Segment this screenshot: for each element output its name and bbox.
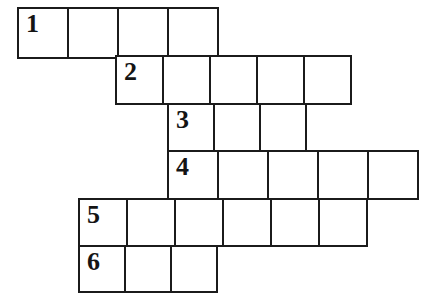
clue-number-2: 2: [124, 58, 137, 85]
cell-r1-c6[interactable]: [303, 55, 352, 105]
cell-r2-c4[interactable]: [213, 103, 261, 152]
cell-r3-c3[interactable]: 4: [167, 150, 219, 200]
clue-number-5: 5: [87, 201, 100, 228]
word-row-5: 5: [78, 198, 368, 247]
word-row-4: 4: [167, 150, 419, 200]
clue-number-3: 3: [176, 106, 189, 133]
word-row-2: 2: [115, 55, 352, 105]
word-row-6: 6: [78, 245, 218, 293]
cell-r5-c1[interactable]: 6: [78, 245, 126, 293]
cell-r1-c5[interactable]: [256, 55, 305, 105]
clue-number-1: 1: [26, 10, 39, 37]
cell-r5-c3[interactable]: [170, 245, 218, 293]
cell-r4-c4[interactable]: [222, 198, 272, 247]
word-row-3: 3: [167, 103, 307, 152]
cell-r4-c2[interactable]: [126, 198, 176, 247]
cell-r1-c3[interactable]: [162, 55, 211, 105]
cell-r4-c5[interactable]: [270, 198, 320, 247]
cell-r4-c6[interactable]: [318, 198, 368, 247]
cell-r1-c4[interactable]: [209, 55, 258, 105]
clue-number-4: 4: [176, 153, 189, 180]
crossword-board: 123456: [0, 0, 434, 303]
cell-r2-c3[interactable]: 3: [167, 103, 215, 152]
cell-r0-c0[interactable]: 1: [17, 7, 69, 59]
cell-r0-c2[interactable]: [117, 7, 169, 59]
cell-r4-c1[interactable]: 5: [78, 198, 128, 247]
clue-number-6: 6: [87, 248, 100, 275]
cell-r3-c4[interactable]: [217, 150, 269, 200]
cell-r4-c3[interactable]: [174, 198, 224, 247]
cell-r0-c1[interactable]: [67, 7, 119, 59]
cell-r0-c3[interactable]: [167, 7, 219, 59]
cell-r1-c2[interactable]: 2: [115, 55, 164, 105]
cell-r3-c5[interactable]: [267, 150, 319, 200]
cell-r5-c2[interactable]: [124, 245, 172, 293]
cell-r3-c7[interactable]: [367, 150, 419, 200]
word-row-1: 1: [17, 7, 219, 59]
cell-r3-c6[interactable]: [317, 150, 369, 200]
cell-r2-c5[interactable]: [259, 103, 307, 152]
